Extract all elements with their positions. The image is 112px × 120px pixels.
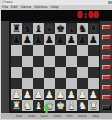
square-c2[interactable]: ♟ — [33, 89, 44, 100]
black-rook: ♜ — [89, 23, 98, 34]
square-h4[interactable] — [88, 67, 99, 78]
square-h2[interactable]: ♟ — [88, 89, 99, 100]
square-a2[interactable]: ♟ — [11, 89, 22, 100]
square-e3[interactable] — [55, 78, 66, 89]
square-g3[interactable] — [77, 78, 88, 89]
board-frame: ♜♞♝♛♚♝♞♜♟♟♟♟♟♟♟♟♟♟♟♟♟♟♟♟♜♞♝♛♚♝♞♜ — [9, 21, 101, 113]
square-g5[interactable] — [77, 56, 88, 67]
square-c7[interactable]: ♟ — [33, 34, 44, 45]
square-b7[interactable]: ♟ — [22, 34, 33, 45]
square-a1[interactable]: ♜ — [11, 100, 22, 111]
black-pawn: ♟ — [34, 34, 43, 45]
square-d5[interactable] — [44, 56, 55, 67]
chess-app-window: Chess FileEditGameOptionsHelp 0:00 ♜♞♝♛♚… — [0, 0, 112, 120]
side-button-setup[interactable]: SETUP — [102, 85, 111, 90]
square-b5[interactable] — [22, 56, 33, 67]
black-pawn: ♟ — [67, 34, 76, 45]
side-button-level[interactable]: LEVEL — [102, 95, 111, 100]
side-button-new[interactable]: NEW — [102, 25, 111, 30]
status-label-save[interactable]: Save — [41, 113, 48, 120]
square-f6[interactable] — [66, 45, 77, 56]
game-clock: 0:00 — [77, 10, 99, 21]
white-knight: ♞ — [78, 100, 87, 111]
square-a6[interactable] — [11, 45, 22, 56]
status-label-new[interactable]: New — [16, 113, 23, 120]
white-king: ♚ — [56, 100, 65, 111]
square-g7[interactable]: ♟ — [77, 34, 88, 45]
square-b1[interactable]: ♞ — [22, 100, 33, 111]
square-f2[interactable]: ♟ — [66, 89, 77, 100]
square-b2[interactable]: ♟ — [22, 89, 33, 100]
square-c5[interactable] — [33, 56, 44, 67]
status-label-help[interactable]: Help — [92, 113, 99, 120]
square-d8[interactable]: ♛ — [44, 23, 55, 34]
white-rook: ♜ — [89, 100, 98, 111]
side-button-panel: NEWLOADSAVEUNDOHINTMOVESETUPLEVELQUIT — [100, 21, 112, 113]
square-e2[interactable]: ♟ — [55, 89, 66, 100]
status-label-load[interactable]: Load — [28, 113, 35, 120]
square-d7[interactable]: ♟ — [44, 34, 55, 45]
square-e4[interactable] — [55, 67, 66, 78]
black-pawn: ♟ — [89, 34, 98, 45]
black-queen: ♛ — [45, 23, 54, 34]
square-d2[interactable]: ♟ — [44, 89, 55, 100]
status-label-undo[interactable]: Undo — [53, 113, 61, 120]
black-knight: ♞ — [23, 23, 32, 34]
square-d6[interactable] — [44, 45, 55, 56]
side-button-save[interactable]: SAVE — [102, 45, 111, 50]
side-button-hint[interactable]: HINT — [102, 65, 111, 70]
square-e6[interactable] — [55, 45, 66, 56]
white-pawn: ♟ — [45, 89, 54, 100]
square-f7[interactable]: ♟ — [66, 34, 77, 45]
square-g2[interactable]: ♟ — [77, 89, 88, 100]
status-label-hint[interactable]: Hint — [66, 113, 72, 120]
square-h3[interactable] — [88, 78, 99, 89]
black-bishop: ♝ — [67, 23, 76, 34]
status-label-setup[interactable]: Setup — [78, 113, 87, 120]
black-knight: ♞ — [78, 23, 87, 34]
white-knight: ♞ — [23, 100, 32, 111]
side-button-move[interactable]: MOVE — [102, 75, 111, 80]
side-button-undo[interactable]: UNDO — [102, 55, 111, 60]
square-e8[interactable]: ♚ — [55, 23, 66, 34]
square-c8[interactable]: ♝ — [33, 23, 44, 34]
square-e5[interactable] — [55, 56, 66, 67]
square-h8[interactable]: ♜ — [88, 23, 99, 34]
square-b6[interactable] — [22, 45, 33, 56]
square-c6[interactable] — [33, 45, 44, 56]
white-bishop: ♝ — [67, 100, 76, 111]
square-h5[interactable] — [88, 56, 99, 67]
black-pawn: ♟ — [23, 34, 32, 45]
square-b8[interactable]: ♞ — [22, 23, 33, 34]
square-f3[interactable] — [66, 78, 77, 89]
white-bishop: ♝ — [34, 100, 43, 111]
white-pawn: ♟ — [12, 89, 21, 100]
square-f1[interactable]: ♝ — [66, 100, 77, 111]
white-pawn: ♟ — [23, 89, 32, 100]
square-d3[interactable] — [44, 78, 55, 89]
white-rook: ♜ — [12, 100, 21, 111]
black-pawn: ♟ — [45, 34, 54, 45]
white-pawn: ♟ — [67, 89, 76, 100]
square-c3[interactable] — [33, 78, 44, 89]
square-b4[interactable] — [22, 67, 33, 78]
square-a7[interactable]: ♟ — [11, 34, 22, 45]
window-controls-icon[interactable] — [108, 1, 112, 4]
white-pawn: ♟ — [89, 89, 98, 100]
square-f8[interactable]: ♝ — [66, 23, 77, 34]
white-pawn: ♟ — [34, 89, 43, 100]
square-b3[interactable] — [22, 78, 33, 89]
status-bar: NewLoadSaveUndoHintSetupHelp — [1, 113, 112, 120]
black-bishop: ♝ — [34, 23, 43, 34]
square-h7[interactable]: ♟ — [88, 34, 99, 45]
side-button-quit[interactable]: QUIT — [102, 105, 111, 110]
black-pawn: ♟ — [78, 34, 87, 45]
square-a8[interactable]: ♜ — [11, 23, 22, 34]
black-king: ♚ — [56, 23, 65, 34]
square-c4[interactable] — [33, 67, 44, 78]
square-e7[interactable]: ♟ — [55, 34, 66, 45]
black-rook: ♜ — [12, 23, 21, 34]
square-a5[interactable] — [11, 56, 22, 67]
black-pawn: ♟ — [12, 34, 21, 45]
square-h1[interactable]: ♜ — [88, 100, 99, 111]
main-area: ♜♞♝♛♚♝♞♜♟♟♟♟♟♟♟♟♟♟♟♟♟♟♟♟♜♞♝♛♚♝♞♜ NEWLOAD… — [1, 21, 112, 113]
black-pawn: ♟ — [56, 34, 65, 45]
square-a3[interactable] — [11, 78, 22, 89]
square-h6[interactable] — [88, 45, 99, 56]
side-button-load[interactable]: LOAD — [102, 35, 111, 40]
square-g6[interactable] — [77, 45, 88, 56]
square-e1[interactable]: ♚ — [55, 100, 66, 111]
square-f4[interactable] — [66, 67, 77, 78]
white-pawn: ♟ — [78, 89, 87, 100]
square-g4[interactable] — [77, 67, 88, 78]
square-a4[interactable] — [11, 67, 22, 78]
square-g8[interactable]: ♞ — [77, 23, 88, 34]
clock-strip: 0:00 — [1, 10, 112, 21]
square-d4[interactable] — [44, 67, 55, 78]
white-pawn: ♟ — [56, 89, 65, 100]
square-g1[interactable]: ♞ — [77, 100, 88, 111]
chess-board: ♜♞♝♛♚♝♞♜♟♟♟♟♟♟♟♟♟♟♟♟♟♟♟♟♜♞♝♛♚♝♞♜ — [11, 23, 99, 111]
square-f5[interactable] — [66, 56, 77, 67]
